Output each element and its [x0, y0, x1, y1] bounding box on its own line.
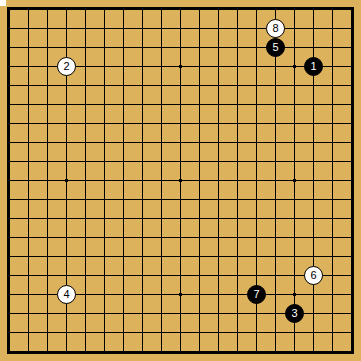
board-intersection [57, 266, 76, 285]
board-intersection [209, 304, 228, 323]
board-intersection [133, 266, 152, 285]
board-intersection [228, 285, 247, 304]
board-intersection [228, 228, 247, 247]
board-intersection [76, 304, 95, 323]
board-intersection [190, 133, 209, 152]
board-intersection [304, 95, 323, 114]
board-intersection [323, 228, 342, 247]
move-number-label: 7 [253, 289, 259, 300]
board-intersection [152, 190, 171, 209]
board-intersection [266, 133, 285, 152]
board-intersection [342, 133, 361, 152]
board-intersection [76, 38, 95, 57]
board-intersection [209, 38, 228, 57]
board-intersection [152, 38, 171, 57]
board-intersection [247, 247, 266, 266]
board-intersection [114, 209, 133, 228]
board-intersection [209, 19, 228, 38]
board-intersection [95, 114, 114, 133]
board-intersection [266, 57, 285, 76]
board-intersection [0, 304, 19, 323]
board-intersection [57, 323, 76, 342]
board-intersection [114, 76, 133, 95]
board-intersection [19, 57, 38, 76]
board-intersection [76, 114, 95, 133]
board-intersection [133, 38, 152, 57]
board-intersection [0, 323, 19, 342]
board-intersection [95, 228, 114, 247]
board-intersection [266, 304, 285, 323]
board-intersection [304, 323, 323, 342]
board-intersection [266, 285, 285, 304]
board-intersection [285, 285, 304, 304]
board-intersection [342, 247, 361, 266]
star-point [293, 179, 296, 182]
board-intersection [76, 190, 95, 209]
board-intersection [133, 190, 152, 209]
board-intersection [209, 133, 228, 152]
board-intersection [190, 76, 209, 95]
star-point [179, 293, 182, 296]
board-intersection [152, 285, 171, 304]
board-intersection [323, 95, 342, 114]
board-intersection [114, 57, 133, 76]
board-intersection [285, 152, 304, 171]
board-intersection [95, 133, 114, 152]
board-intersection [38, 171, 57, 190]
board-intersection [57, 342, 76, 361]
board-intersection [266, 209, 285, 228]
board-intersection [209, 171, 228, 190]
stone-black-move-3: 3 [285, 304, 304, 323]
board-intersection [0, 19, 19, 38]
board-intersection [38, 133, 57, 152]
board-intersection [228, 190, 247, 209]
board-intersection [304, 247, 323, 266]
board-intersection [95, 209, 114, 228]
board-intersection [95, 171, 114, 190]
board-intersection [114, 114, 133, 133]
board-intersection [247, 228, 266, 247]
board-intersection [342, 209, 361, 228]
move-number-label: 8 [272, 23, 278, 34]
board-intersection [0, 152, 19, 171]
board-intersection [342, 152, 361, 171]
board-intersection [304, 190, 323, 209]
board-intersection [266, 190, 285, 209]
board-intersection [323, 266, 342, 285]
board-intersection [19, 323, 38, 342]
star-point [293, 293, 296, 296]
board-intersection [76, 266, 95, 285]
board-intersection [190, 114, 209, 133]
board-intersection [171, 57, 190, 76]
board-intersection: 1 [304, 57, 323, 76]
board-intersection [19, 342, 38, 361]
go-board: 85216473 [0, 0, 361, 361]
board-intersection [95, 304, 114, 323]
board-intersection [19, 247, 38, 266]
board-intersection [323, 323, 342, 342]
board-intersection [228, 152, 247, 171]
board-intersection [76, 247, 95, 266]
board-intersection [323, 304, 342, 323]
board-intersection [171, 285, 190, 304]
board-intersection [133, 76, 152, 95]
board-intersection [76, 76, 95, 95]
board-intersection [247, 209, 266, 228]
board-intersection [342, 0, 361, 19]
board-intersection [209, 95, 228, 114]
board-intersection [76, 0, 95, 19]
board-intersection [304, 228, 323, 247]
board-intersection [304, 114, 323, 133]
board-intersection [266, 0, 285, 19]
board-intersection [342, 285, 361, 304]
board-intersection [209, 247, 228, 266]
board-intersection [19, 171, 38, 190]
stone-white-move-8: 8 [266, 19, 285, 38]
board-intersection [133, 209, 152, 228]
board-intersection [285, 323, 304, 342]
board-intersection [133, 19, 152, 38]
board-intersection [0, 133, 19, 152]
board-intersection [0, 171, 19, 190]
board-intersection [285, 247, 304, 266]
board-intersection [190, 247, 209, 266]
board-intersection [57, 152, 76, 171]
board-intersection [95, 76, 114, 95]
board-intersection [228, 304, 247, 323]
board-intersection [57, 190, 76, 209]
board-intersection [38, 114, 57, 133]
board-intersection [76, 171, 95, 190]
board-intersection [19, 95, 38, 114]
board-intersection: 2 [57, 57, 76, 76]
stone-white-move-6: 6 [304, 266, 323, 285]
board-intersection [228, 209, 247, 228]
board-intersection [209, 228, 228, 247]
board-intersection [152, 0, 171, 19]
board-intersection [57, 19, 76, 38]
board-intersection: 3 [285, 304, 304, 323]
board-intersection [0, 285, 19, 304]
board-intersection [57, 114, 76, 133]
board-intersection [57, 304, 76, 323]
board-intersection [247, 19, 266, 38]
board-intersection [76, 285, 95, 304]
board-intersection [209, 190, 228, 209]
board-intersection [228, 38, 247, 57]
board-intersection [323, 152, 342, 171]
board-intersection [228, 323, 247, 342]
board-intersection [19, 285, 38, 304]
board-intersection [171, 323, 190, 342]
board-intersection [285, 114, 304, 133]
board-intersection [57, 171, 76, 190]
stone-white-move-2: 2 [57, 57, 76, 76]
board-intersection [323, 76, 342, 95]
board-intersection [209, 57, 228, 76]
board-intersection [95, 152, 114, 171]
board-intersection [57, 228, 76, 247]
board-intersection [323, 57, 342, 76]
board-intersection [171, 38, 190, 57]
board-intersection [114, 266, 133, 285]
board-intersection [114, 95, 133, 114]
board-intersection [114, 247, 133, 266]
board-intersection [285, 76, 304, 95]
board-intersection [228, 57, 247, 76]
board-intersection [247, 57, 266, 76]
board-intersection [152, 171, 171, 190]
board-intersection [304, 304, 323, 323]
board-intersection [285, 95, 304, 114]
board-intersection [190, 342, 209, 361]
board-intersection [247, 114, 266, 133]
board-intersection [152, 304, 171, 323]
board-intersection [171, 228, 190, 247]
board-intersection [171, 171, 190, 190]
board-intersection [190, 190, 209, 209]
board-intersection [342, 342, 361, 361]
board-intersection [171, 266, 190, 285]
board-intersection [38, 266, 57, 285]
board-intersection [76, 228, 95, 247]
board-intersection [152, 152, 171, 171]
board-intersection [114, 133, 133, 152]
board-intersection [304, 19, 323, 38]
board-intersection [171, 209, 190, 228]
board-intersection [95, 57, 114, 76]
board-intersection [133, 323, 152, 342]
board-intersection [285, 0, 304, 19]
board-intersection: 4 [57, 285, 76, 304]
board-intersection [171, 247, 190, 266]
board-intersection [190, 19, 209, 38]
board-intersection [152, 228, 171, 247]
board-intersection [19, 209, 38, 228]
board-intersection [190, 171, 209, 190]
board-intersection [114, 152, 133, 171]
board-intersection [304, 0, 323, 19]
board-intersection [342, 190, 361, 209]
board-intersection [114, 304, 133, 323]
board-intersection [19, 38, 38, 57]
board-intersection [323, 114, 342, 133]
board-intersection [266, 114, 285, 133]
board-intersection [152, 209, 171, 228]
board-intersection [95, 38, 114, 57]
board-intersection [133, 285, 152, 304]
board-intersection [342, 171, 361, 190]
board-intersection [247, 342, 266, 361]
board-intersection [247, 190, 266, 209]
board-intersection [209, 342, 228, 361]
board-intersection [228, 247, 247, 266]
board-intersection [190, 57, 209, 76]
board-intersection [38, 247, 57, 266]
board-intersection [171, 114, 190, 133]
board-intersection [95, 323, 114, 342]
board-intersection [247, 152, 266, 171]
board-intersection [76, 57, 95, 76]
board-intersection [304, 209, 323, 228]
board-intersection [209, 266, 228, 285]
board-intersection [304, 342, 323, 361]
board-intersection [38, 342, 57, 361]
board-intersection [266, 152, 285, 171]
board-intersection [342, 323, 361, 342]
board-intersection [171, 342, 190, 361]
board-intersection [38, 209, 57, 228]
board-intersection [114, 323, 133, 342]
board-intersection [190, 266, 209, 285]
board-intersection [323, 133, 342, 152]
board-intersection [171, 95, 190, 114]
board-intersection [152, 342, 171, 361]
board-intersection [114, 171, 133, 190]
board-intersection [323, 190, 342, 209]
board-intersection: 5 [266, 38, 285, 57]
board-intersection [114, 19, 133, 38]
board-intersection [247, 304, 266, 323]
board-intersection [133, 342, 152, 361]
board-intersection [285, 38, 304, 57]
board-intersection [0, 247, 19, 266]
board-intersection [209, 209, 228, 228]
board-intersection [19, 266, 38, 285]
board-intersection [38, 228, 57, 247]
board-intersection [19, 0, 38, 19]
board-intersection [228, 342, 247, 361]
board-intersection [228, 114, 247, 133]
board-intersection [0, 342, 19, 361]
board-intersection [266, 171, 285, 190]
board-intersection [266, 342, 285, 361]
board-intersection [76, 323, 95, 342]
board-intersection [323, 247, 342, 266]
board-intersection [285, 171, 304, 190]
board-intersection [190, 285, 209, 304]
board-intersection [95, 95, 114, 114]
board-intersection [247, 171, 266, 190]
board-intersection [76, 209, 95, 228]
board-intersection [152, 323, 171, 342]
board-intersection [133, 57, 152, 76]
move-number-label: 4 [63, 289, 69, 300]
board-intersection [285, 57, 304, 76]
board-intersection [133, 0, 152, 19]
board-intersection [247, 0, 266, 19]
board-intersection [19, 190, 38, 209]
board-intersection [152, 266, 171, 285]
board-intersection [342, 57, 361, 76]
board-intersection [0, 57, 19, 76]
board-intersection [133, 114, 152, 133]
board-intersection [95, 266, 114, 285]
board-intersection [285, 19, 304, 38]
board-intersection [209, 285, 228, 304]
board-intersection [57, 133, 76, 152]
board-intersection [0, 190, 19, 209]
go-board-diagram: 85216473 [0, 0, 361, 361]
board-intersection [0, 114, 19, 133]
board-intersection [95, 342, 114, 361]
board-intersection [171, 0, 190, 19]
board-intersection [247, 38, 266, 57]
board-intersection [323, 171, 342, 190]
board-intersection [152, 57, 171, 76]
board-intersection [266, 266, 285, 285]
board-intersection [133, 228, 152, 247]
board-intersection [133, 152, 152, 171]
board-intersection [228, 76, 247, 95]
board-intersection [266, 323, 285, 342]
board-intersection [209, 76, 228, 95]
board-intersection [114, 0, 133, 19]
board-intersection [95, 0, 114, 19]
move-number-label: 3 [291, 308, 297, 319]
board-intersection [304, 133, 323, 152]
board-intersection: 6 [304, 266, 323, 285]
board-intersection [342, 228, 361, 247]
board-intersection [247, 76, 266, 95]
board-intersection [190, 304, 209, 323]
board-intersection [152, 133, 171, 152]
board-intersection [95, 19, 114, 38]
board-intersection [0, 76, 19, 95]
move-number-label: 2 [63, 61, 69, 72]
board-intersection [190, 95, 209, 114]
star-point [293, 65, 296, 68]
board-intersection [228, 171, 247, 190]
board-intersection [285, 133, 304, 152]
board-intersection [19, 133, 38, 152]
star-point [179, 179, 182, 182]
board-intersection [190, 0, 209, 19]
board-intersection [190, 209, 209, 228]
board-intersection [19, 152, 38, 171]
board-intersection [114, 342, 133, 361]
board-intersection [76, 133, 95, 152]
board-intersection [171, 304, 190, 323]
board-intersection [342, 95, 361, 114]
board-intersection [323, 0, 342, 19]
board-intersection [57, 76, 76, 95]
board-intersection [95, 247, 114, 266]
board-intersection [114, 38, 133, 57]
board-intersection [342, 266, 361, 285]
board-intersection [342, 19, 361, 38]
board-intersection [57, 247, 76, 266]
board-intersection [228, 0, 247, 19]
board-intersection [152, 19, 171, 38]
star-point [179, 65, 182, 68]
board-intersection [38, 38, 57, 57]
board-intersection [190, 152, 209, 171]
board-intersection [323, 38, 342, 57]
board-intersection [133, 171, 152, 190]
board-intersection [247, 95, 266, 114]
board-intersection [285, 342, 304, 361]
board-intersection [285, 209, 304, 228]
board-intersection [19, 114, 38, 133]
board-intersection [38, 323, 57, 342]
board-intersection [95, 285, 114, 304]
board-intersection [228, 95, 247, 114]
board-intersection [171, 19, 190, 38]
